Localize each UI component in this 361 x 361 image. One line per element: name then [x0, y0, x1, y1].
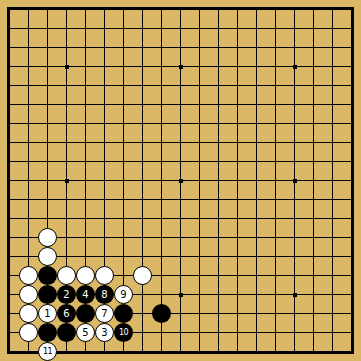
- board-intersection-ge[interactable]: [114, 76, 133, 95]
- board-intersection-qg[interactable]: [304, 114, 323, 133]
- board-intersection-rl[interactable]: [323, 209, 342, 228]
- board-intersection-qe[interactable]: [304, 76, 323, 95]
- board-intersection-ij[interactable]: [152, 171, 171, 190]
- board-intersection-eh[interactable]: [76, 133, 95, 152]
- board-intersection-dn[interactable]: [57, 247, 76, 266]
- board-intersection-dc[interactable]: [57, 38, 76, 57]
- board-intersection-gj[interactable]: [114, 171, 133, 190]
- board-intersection-ej[interactable]: [76, 171, 95, 190]
- board-intersection-ml[interactable]: [228, 209, 247, 228]
- board-intersection-hf[interactable]: [133, 95, 152, 114]
- board-intersection-qd[interactable]: [304, 57, 323, 76]
- board-intersection-kb[interactable]: [190, 19, 209, 38]
- board-intersection-ca[interactable]: [38, 0, 57, 19]
- board-intersection-ek[interactable]: [76, 190, 95, 209]
- board-intersection-ps[interactable]: [285, 342, 304, 361]
- board-intersection-pe[interactable]: [285, 76, 304, 95]
- board-intersection-el[interactable]: [76, 209, 95, 228]
- board-intersection-im[interactable]: [152, 228, 171, 247]
- board-intersection-ai[interactable]: [0, 152, 19, 171]
- board-intersection-hn[interactable]: [133, 247, 152, 266]
- board-intersection-lg[interactable]: [209, 114, 228, 133]
- board-intersection-de[interactable]: [57, 76, 76, 95]
- board-intersection-ms[interactable]: [228, 342, 247, 361]
- board-intersection-kq[interactable]: [190, 304, 209, 323]
- board-intersection-da[interactable]: [57, 0, 76, 19]
- board-intersection-os[interactable]: [266, 342, 285, 361]
- board-intersection-ns[interactable]: [247, 342, 266, 361]
- board-intersection-cj[interactable]: [38, 171, 57, 190]
- board-intersection-rn[interactable]: [323, 247, 342, 266]
- board-intersection-gc[interactable]: [114, 38, 133, 57]
- board-intersection-jk[interactable]: [171, 190, 190, 209]
- board-intersection-qm[interactable]: [304, 228, 323, 247]
- board-intersection-no[interactable]: [247, 266, 266, 285]
- board-intersection-gk[interactable]: [114, 190, 133, 209]
- board-intersection-pl[interactable]: [285, 209, 304, 228]
- board-intersection-kl[interactable]: [190, 209, 209, 228]
- board-intersection-oe[interactable]: [266, 76, 285, 95]
- board-intersection-qs[interactable]: [304, 342, 323, 361]
- board-intersection-as[interactable]: [0, 342, 19, 361]
- board-intersection-co[interactable]: [38, 266, 57, 285]
- board-intersection-fr[interactable]: 3: [95, 323, 114, 342]
- board-intersection-pg[interactable]: [285, 114, 304, 133]
- board-intersection-jm[interactable]: [171, 228, 190, 247]
- board-intersection-eb[interactable]: [76, 19, 95, 38]
- board-intersection-fs[interactable]: [95, 342, 114, 361]
- board-intersection-hs[interactable]: [133, 342, 152, 361]
- board-intersection-hh[interactable]: [133, 133, 152, 152]
- board-intersection-ed[interactable]: [76, 57, 95, 76]
- board-intersection-mf[interactable]: [228, 95, 247, 114]
- board-intersection-aa[interactable]: [0, 0, 19, 19]
- board-intersection-la[interactable]: [209, 0, 228, 19]
- board-intersection-io[interactable]: [152, 266, 171, 285]
- board-intersection-ql[interactable]: [304, 209, 323, 228]
- board-intersection-gq[interactable]: [114, 304, 133, 323]
- board-intersection-ba[interactable]: [19, 0, 38, 19]
- board-intersection-cc[interactable]: [38, 38, 57, 57]
- board-intersection-fh[interactable]: [95, 133, 114, 152]
- board-intersection-jb[interactable]: [171, 19, 190, 38]
- board-intersection-ra[interactable]: [323, 0, 342, 19]
- board-intersection-bs[interactable]: [19, 342, 38, 361]
- board-intersection-ff[interactable]: [95, 95, 114, 114]
- board-intersection-ah[interactable]: [0, 133, 19, 152]
- board-intersection-cf[interactable]: [38, 95, 57, 114]
- board-intersection-kc[interactable]: [190, 38, 209, 57]
- board-intersection-hc[interactable]: [133, 38, 152, 57]
- board-intersection-ro[interactable]: [323, 266, 342, 285]
- board-intersection-db[interactable]: [57, 19, 76, 38]
- board-intersection-eg[interactable]: [76, 114, 95, 133]
- board-intersection-or[interactable]: [266, 323, 285, 342]
- board-intersection-rc[interactable]: [323, 38, 342, 57]
- board-intersection-sj[interactable]: [342, 171, 361, 190]
- board-intersection-gh[interactable]: [114, 133, 133, 152]
- board-intersection-ce[interactable]: [38, 76, 57, 95]
- board-intersection-cq[interactable]: 1: [38, 304, 57, 323]
- board-intersection-se[interactable]: [342, 76, 361, 95]
- board-intersection-go[interactable]: [114, 266, 133, 285]
- board-intersection-rm[interactable]: [323, 228, 342, 247]
- board-intersection-bl[interactable]: [19, 209, 38, 228]
- board-intersection-sc[interactable]: [342, 38, 361, 57]
- board-intersection-er[interactable]: 5: [76, 323, 95, 342]
- board-intersection-mc[interactable]: [228, 38, 247, 57]
- board-intersection-nl[interactable]: [247, 209, 266, 228]
- board-intersection-gl[interactable]: [114, 209, 133, 228]
- board-intersection-jl[interactable]: [171, 209, 190, 228]
- board-intersection-rq[interactable]: [323, 304, 342, 323]
- board-intersection-bk[interactable]: [19, 190, 38, 209]
- board-intersection-id[interactable]: [152, 57, 171, 76]
- board-intersection-bh[interactable]: [19, 133, 38, 152]
- board-intersection-lf[interactable]: [209, 95, 228, 114]
- board-intersection-es[interactable]: [76, 342, 95, 361]
- board-intersection-bm[interactable]: [19, 228, 38, 247]
- board-intersection-hr[interactable]: [133, 323, 152, 342]
- board-intersection-mj[interactable]: [228, 171, 247, 190]
- board-intersection-rh[interactable]: [323, 133, 342, 152]
- board-intersection-fc[interactable]: [95, 38, 114, 57]
- board-intersection-ab[interactable]: [0, 19, 19, 38]
- board-intersection-fd[interactable]: [95, 57, 114, 76]
- board-intersection-ng[interactable]: [247, 114, 266, 133]
- board-intersection-pq[interactable]: [285, 304, 304, 323]
- board-intersection-gr[interactable]: 10: [114, 323, 133, 342]
- board-intersection-dr[interactable]: [57, 323, 76, 342]
- board-intersection-gp[interactable]: 9: [114, 285, 133, 304]
- board-intersection-ke[interactable]: [190, 76, 209, 95]
- board-intersection-aj[interactable]: [0, 171, 19, 190]
- board-intersection-qb[interactable]: [304, 19, 323, 38]
- board-intersection-fn[interactable]: [95, 247, 114, 266]
- board-intersection-qr[interactable]: [304, 323, 323, 342]
- board-intersection-jq[interactable]: [171, 304, 190, 323]
- board-intersection-gf[interactable]: [114, 95, 133, 114]
- board-intersection-ho[interactable]: [133, 266, 152, 285]
- board-intersection-gs[interactable]: [114, 342, 133, 361]
- board-intersection-fa[interactable]: [95, 0, 114, 19]
- board-intersection-ld[interactable]: [209, 57, 228, 76]
- board-intersection-ii[interactable]: [152, 152, 171, 171]
- board-intersection-nh[interactable]: [247, 133, 266, 152]
- board-intersection-ei[interactable]: [76, 152, 95, 171]
- board-intersection-cg[interactable]: [38, 114, 57, 133]
- board-intersection-df[interactable]: [57, 95, 76, 114]
- board-intersection-jr[interactable]: [171, 323, 190, 342]
- board-intersection-pf[interactable]: [285, 95, 304, 114]
- board-intersection-cp[interactable]: [38, 285, 57, 304]
- board-intersection-jf[interactable]: [171, 95, 190, 114]
- board-intersection-cn[interactable]: [38, 247, 57, 266]
- board-intersection-cd[interactable]: [38, 57, 57, 76]
- board-intersection-sn[interactable]: [342, 247, 361, 266]
- board-intersection-dk[interactable]: [57, 190, 76, 209]
- board-intersection-jo[interactable]: [171, 266, 190, 285]
- board-intersection-bn[interactable]: [19, 247, 38, 266]
- board-intersection-sk[interactable]: [342, 190, 361, 209]
- board-intersection-oj[interactable]: [266, 171, 285, 190]
- board-intersection-jn[interactable]: [171, 247, 190, 266]
- board-intersection-al[interactable]: [0, 209, 19, 228]
- board-intersection-ao[interactable]: [0, 266, 19, 285]
- board-intersection-na[interactable]: [247, 0, 266, 19]
- board-intersection-fp[interactable]: 8: [95, 285, 114, 304]
- board-intersection-an[interactable]: [0, 247, 19, 266]
- board-intersection-kr[interactable]: [190, 323, 209, 342]
- board-intersection-om[interactable]: [266, 228, 285, 247]
- board-intersection-qn[interactable]: [304, 247, 323, 266]
- board-intersection-fe[interactable]: [95, 76, 114, 95]
- board-intersection-hi[interactable]: [133, 152, 152, 171]
- board-intersection-ia[interactable]: [152, 0, 171, 19]
- board-intersection-pr[interactable]: [285, 323, 304, 342]
- board-intersection-qk[interactable]: [304, 190, 323, 209]
- board-intersection-ar[interactable]: [0, 323, 19, 342]
- board-intersection-aq[interactable]: [0, 304, 19, 323]
- board-intersection-ll[interactable]: [209, 209, 228, 228]
- board-intersection-cb[interactable]: [38, 19, 57, 38]
- board-intersection-lq[interactable]: [209, 304, 228, 323]
- board-intersection-oc[interactable]: [266, 38, 285, 57]
- board-intersection-ne[interactable]: [247, 76, 266, 95]
- board-intersection-gi[interactable]: [114, 152, 133, 171]
- board-intersection-ef[interactable]: [76, 95, 95, 114]
- board-intersection-hj[interactable]: [133, 171, 152, 190]
- board-intersection-bq[interactable]: [19, 304, 38, 323]
- board-intersection-rp[interactable]: [323, 285, 342, 304]
- board-intersection-of[interactable]: [266, 95, 285, 114]
- board-intersection-qq[interactable]: [304, 304, 323, 323]
- board-intersection-md[interactable]: [228, 57, 247, 76]
- board-intersection-pb[interactable]: [285, 19, 304, 38]
- board-intersection-fo[interactable]: [95, 266, 114, 285]
- board-intersection-bj[interactable]: [19, 171, 38, 190]
- board-intersection-pi[interactable]: [285, 152, 304, 171]
- board-intersection-he[interactable]: [133, 76, 152, 95]
- board-intersection-sh[interactable]: [342, 133, 361, 152]
- board-intersection-nj[interactable]: [247, 171, 266, 190]
- board-intersection-nc[interactable]: [247, 38, 266, 57]
- board-intersection-em[interactable]: [76, 228, 95, 247]
- board-intersection-eo[interactable]: [76, 266, 95, 285]
- board-intersection-lk[interactable]: [209, 190, 228, 209]
- board-intersection-dh[interactable]: [57, 133, 76, 152]
- board-intersection-rd[interactable]: [323, 57, 342, 76]
- board-intersection-ap[interactable]: [0, 285, 19, 304]
- board-intersection-nf[interactable]: [247, 95, 266, 114]
- board-intersection-oq[interactable]: [266, 304, 285, 323]
- board-intersection-dq[interactable]: 6: [57, 304, 76, 323]
- board-intersection-pa[interactable]: [285, 0, 304, 19]
- board-intersection-nm[interactable]: [247, 228, 266, 247]
- board-intersection-en[interactable]: [76, 247, 95, 266]
- board-intersection-dg[interactable]: [57, 114, 76, 133]
- board-intersection-on[interactable]: [266, 247, 285, 266]
- board-intersection-nr[interactable]: [247, 323, 266, 342]
- board-intersection-ob[interactable]: [266, 19, 285, 38]
- board-intersection-gb[interactable]: [114, 19, 133, 38]
- board-intersection-ki[interactable]: [190, 152, 209, 171]
- board-intersection-eq[interactable]: [76, 304, 95, 323]
- board-intersection-gd[interactable]: [114, 57, 133, 76]
- board-intersection-kh[interactable]: [190, 133, 209, 152]
- board-intersection-mh[interactable]: [228, 133, 247, 152]
- board-intersection-ep[interactable]: 4: [76, 285, 95, 304]
- board-intersection-sr[interactable]: [342, 323, 361, 342]
- board-intersection-ig[interactable]: [152, 114, 171, 133]
- board-intersection-oo[interactable]: [266, 266, 285, 285]
- board-intersection-dm[interactable]: [57, 228, 76, 247]
- board-intersection-ck[interactable]: [38, 190, 57, 209]
- board-intersection-kn[interactable]: [190, 247, 209, 266]
- board-intersection-qi[interactable]: [304, 152, 323, 171]
- board-intersection-sa[interactable]: [342, 0, 361, 19]
- board-intersection-mo[interactable]: [228, 266, 247, 285]
- board-intersection-ae[interactable]: [0, 76, 19, 95]
- board-intersection-bi[interactable]: [19, 152, 38, 171]
- board-intersection-qo[interactable]: [304, 266, 323, 285]
- board-intersection-sm[interactable]: [342, 228, 361, 247]
- board-intersection-lo[interactable]: [209, 266, 228, 285]
- board-intersection-mp[interactable]: [228, 285, 247, 304]
- board-intersection-ga[interactable]: [114, 0, 133, 19]
- board-intersection-ag[interactable]: [0, 114, 19, 133]
- board-intersection-iq[interactable]: [152, 304, 171, 323]
- board-intersection-nq[interactable]: [247, 304, 266, 323]
- board-intersection-jg[interactable]: [171, 114, 190, 133]
- board-intersection-am[interactable]: [0, 228, 19, 247]
- board-intersection-sf[interactable]: [342, 95, 361, 114]
- board-intersection-mk[interactable]: [228, 190, 247, 209]
- board-intersection-ni[interactable]: [247, 152, 266, 171]
- board-intersection-kd[interactable]: [190, 57, 209, 76]
- board-intersection-rj[interactable]: [323, 171, 342, 190]
- board-intersection-hb[interactable]: [133, 19, 152, 38]
- board-intersection-mb[interactable]: [228, 19, 247, 38]
- board-intersection-lp[interactable]: [209, 285, 228, 304]
- board-intersection-ok[interactable]: [266, 190, 285, 209]
- board-intersection-bf[interactable]: [19, 95, 38, 114]
- board-intersection-cl[interactable]: [38, 209, 57, 228]
- board-intersection-qa[interactable]: [304, 0, 323, 19]
- board-intersection-qp[interactable]: [304, 285, 323, 304]
- board-intersection-cr[interactable]: [38, 323, 57, 342]
- board-intersection-ih[interactable]: [152, 133, 171, 152]
- board-intersection-sb[interactable]: [342, 19, 361, 38]
- board-intersection-mq[interactable]: [228, 304, 247, 323]
- board-intersection-kp[interactable]: [190, 285, 209, 304]
- board-intersection-ja[interactable]: [171, 0, 190, 19]
- board-intersection-sp[interactable]: [342, 285, 361, 304]
- board-intersection-cm[interactable]: [38, 228, 57, 247]
- board-intersection-lb[interactable]: [209, 19, 228, 38]
- board-intersection-dl[interactable]: [57, 209, 76, 228]
- board-intersection-ak[interactable]: [0, 190, 19, 209]
- board-intersection-ad[interactable]: [0, 57, 19, 76]
- board-intersection-re[interactable]: [323, 76, 342, 95]
- board-intersection-mr[interactable]: [228, 323, 247, 342]
- board-intersection-ss[interactable]: [342, 342, 361, 361]
- board-intersection-ci[interactable]: [38, 152, 57, 171]
- board-intersection-ib[interactable]: [152, 19, 171, 38]
- board-intersection-ko[interactable]: [190, 266, 209, 285]
- board-intersection-il[interactable]: [152, 209, 171, 228]
- board-intersection-rb[interactable]: [323, 19, 342, 38]
- board-intersection-fk[interactable]: [95, 190, 114, 209]
- board-intersection-hg[interactable]: [133, 114, 152, 133]
- board-intersection-bg[interactable]: [19, 114, 38, 133]
- board-intersection-fj[interactable]: [95, 171, 114, 190]
- board-intersection-af[interactable]: [0, 95, 19, 114]
- board-intersection-kj[interactable]: [190, 171, 209, 190]
- board-intersection-je[interactable]: [171, 76, 190, 95]
- board-intersection-fm[interactable]: [95, 228, 114, 247]
- board-intersection-ip[interactable]: [152, 285, 171, 304]
- board-intersection-bc[interactable]: [19, 38, 38, 57]
- board-intersection-qh[interactable]: [304, 133, 323, 152]
- board-intersection-gm[interactable]: [114, 228, 133, 247]
- board-intersection-po[interactable]: [285, 266, 304, 285]
- board-intersection-lm[interactable]: [209, 228, 228, 247]
- board-intersection-br[interactable]: [19, 323, 38, 342]
- board-intersection-pc[interactable]: [285, 38, 304, 57]
- board-intersection-lc[interactable]: [209, 38, 228, 57]
- board-intersection-bo[interactable]: [19, 266, 38, 285]
- board-intersection-hk[interactable]: [133, 190, 152, 209]
- board-intersection-jh[interactable]: [171, 133, 190, 152]
- board-intersection-od[interactable]: [266, 57, 285, 76]
- board-intersection-sd[interactable]: [342, 57, 361, 76]
- board-intersection-pn[interactable]: [285, 247, 304, 266]
- board-intersection-ik[interactable]: [152, 190, 171, 209]
- board-intersection-js[interactable]: [171, 342, 190, 361]
- board-intersection-nd[interactable]: [247, 57, 266, 76]
- board-intersection-sl[interactable]: [342, 209, 361, 228]
- board-intersection-fb[interactable]: [95, 19, 114, 38]
- board-intersection-ee[interactable]: [76, 76, 95, 95]
- board-intersection-si[interactable]: [342, 152, 361, 171]
- board-intersection-dp[interactable]: 2: [57, 285, 76, 304]
- board-intersection-di[interactable]: [57, 152, 76, 171]
- board-intersection-ic[interactable]: [152, 38, 171, 57]
- board-intersection-ph[interactable]: [285, 133, 304, 152]
- board-intersection-og[interactable]: [266, 114, 285, 133]
- board-intersection-li[interactable]: [209, 152, 228, 171]
- board-intersection-hq[interactable]: [133, 304, 152, 323]
- board-intersection-lh[interactable]: [209, 133, 228, 152]
- board-intersection-lr[interactable]: [209, 323, 228, 342]
- board-intersection-oa[interactable]: [266, 0, 285, 19]
- board-intersection-bb[interactable]: [19, 19, 38, 38]
- board-intersection-fq[interactable]: 7: [95, 304, 114, 323]
- board-intersection-hl[interactable]: [133, 209, 152, 228]
- board-intersection-hd[interactable]: [133, 57, 152, 76]
- board-intersection-gg[interactable]: [114, 114, 133, 133]
- board-intersection-rr[interactable]: [323, 323, 342, 342]
- board-intersection-kk[interactable]: [190, 190, 209, 209]
- board-intersection-nb[interactable]: [247, 19, 266, 38]
- board-intersection-mi[interactable]: [228, 152, 247, 171]
- board-intersection-gn[interactable]: [114, 247, 133, 266]
- board-intersection-sq[interactable]: [342, 304, 361, 323]
- board-intersection-oi[interactable]: [266, 152, 285, 171]
- board-intersection-fi[interactable]: [95, 152, 114, 171]
- board-intersection-rf[interactable]: [323, 95, 342, 114]
